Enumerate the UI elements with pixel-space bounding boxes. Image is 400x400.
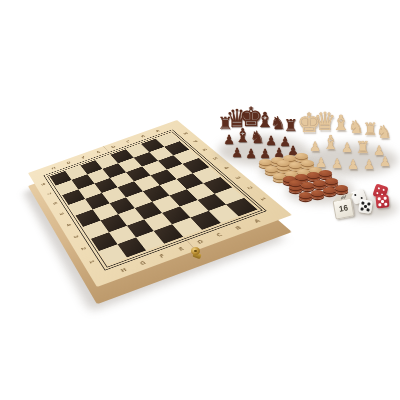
chess-piece-dark-pawn: ♟ [231,146,244,159]
coord-back-H: H [51,166,57,170]
doubling-cube-front-value: 16 [334,202,352,214]
checker-dark [325,178,338,184]
die-pip [361,201,364,204]
die-pip [366,208,369,211]
coord-back-C: C [125,140,131,144]
die-pip [353,193,356,196]
coord-left-5: 5 [58,212,65,216]
coord-right-2: 2 [245,186,254,190]
checker-dark [299,192,312,198]
chess-piece-dark-knight: ♞ [249,129,266,146]
die-pip [360,207,363,210]
coord-left-2: 2 [79,247,87,252]
die-pip [382,188,385,191]
doubling-cube: 6416 [332,197,354,219]
chess-piece-light-pawn: ♟ [379,155,392,168]
die-pip [384,202,387,205]
die-pip [383,197,386,200]
coord-right-8: 8 [181,132,188,135]
coord-back-E: E [96,150,101,154]
coord-right-1: 1 [258,197,267,202]
coord-right-5: 5 [211,157,219,161]
coord-front-E: E [177,246,185,252]
coord-front-F: F [158,253,166,259]
coord-left-8: 8 [39,183,45,187]
coord-front-H: H [120,267,128,274]
coord-right-6: 6 [200,148,207,152]
chess-piece-light-pawn: ♟ [347,158,360,171]
checker-light [259,159,272,165]
die-pip [375,191,378,194]
die-pip [378,197,381,200]
chess-piece-light-pawn: ♟ [341,141,354,154]
coord-back-A: A [155,129,161,133]
coord-front-B: B [234,225,243,231]
checker-light [295,153,308,159]
chess-piece-light-pawn: ♟ [331,157,344,170]
die-pip [377,186,380,189]
die-pip [378,203,381,206]
chess-piece-light-rook: ♜ [355,140,371,156]
coord-right-4: 4 [222,166,230,170]
checker-dark [289,180,302,186]
red-die-5 [375,194,389,208]
coord-left-6: 6 [51,202,58,206]
white-die-5 [358,199,373,214]
coord-front-G: G [139,260,147,266]
checker-dark [311,190,324,196]
checker-dark [335,185,348,191]
checker-dark [319,170,332,176]
coord-front-C: C [215,232,223,238]
chess-piece-light-pawn: ♟ [363,158,376,171]
coord-left-7: 7 [45,192,52,196]
coord-left-3: 3 [72,234,79,239]
checker-dark [301,182,314,188]
coord-back-D: D [110,145,116,149]
die-pip [381,200,384,203]
coord-left-1: 1 [87,260,95,265]
checker-dark [295,174,308,180]
chess-piece-light-knight: ♞ [375,123,393,141]
checker-dark [313,180,326,186]
checker-light [289,162,302,168]
die-pip [364,205,367,208]
checker-light [265,166,278,172]
chess-piece-dark-pawn: ♟ [245,147,258,160]
coord-back-G: G [66,161,72,165]
brass-clasp [191,247,203,260]
coord-right-3: 3 [233,176,241,180]
checker-dark [323,187,336,193]
coord-right-7: 7 [191,140,198,144]
checker-light [277,160,290,166]
coord-front-A: A [253,218,262,224]
coord-front-D: D [196,239,205,245]
die-pip [367,202,370,205]
chess-piece-light-bishop: ♝ [322,133,341,152]
chess-set-product-photo: HH88GG77FF66EE55DD44CC33BB22AA11 ♜♛♚♝♞♜♟… [0,0,400,400]
checker-dark [307,172,320,178]
checker-light [301,160,314,166]
coord-back-F: F [81,156,86,160]
coord-back-B: B [140,134,146,138]
coord-left-4: 4 [64,223,71,227]
chess-piece-light-pawn: ♟ [309,140,322,153]
clasp-pin [194,250,197,253]
